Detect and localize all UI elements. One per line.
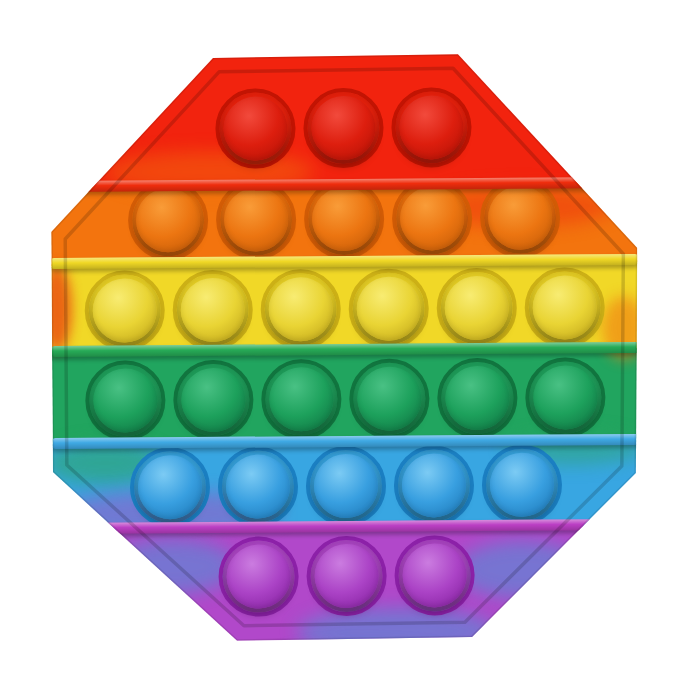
bubble-row-red xyxy=(48,86,639,170)
bubble-purple-1[interactable] xyxy=(218,536,299,617)
bubble-dome-up xyxy=(224,187,288,251)
bubble-red-2[interactable] xyxy=(303,88,384,169)
bubble-blue-5[interactable] xyxy=(482,444,563,525)
bubble-dome-up xyxy=(314,454,378,518)
bubble-dome-up xyxy=(400,186,464,250)
bubble-dome-up xyxy=(138,455,202,519)
bubble-dome-up xyxy=(312,187,376,251)
bubble-green-6[interactable] xyxy=(525,357,606,438)
bubble-orange-5[interactable] xyxy=(480,177,561,258)
bubble-dome-up xyxy=(93,368,157,432)
bubble-green-2[interactable] xyxy=(173,360,254,441)
bubble-green-5[interactable] xyxy=(437,358,518,439)
bubble-blue-3[interactable] xyxy=(306,446,387,527)
bubble-yellow-2[interactable] xyxy=(172,270,253,351)
bubble-dome-up xyxy=(402,453,466,517)
bubble-yellow-5[interactable] xyxy=(436,268,517,349)
bubble-orange-4[interactable] xyxy=(392,178,473,259)
bubble-dome-up xyxy=(93,278,157,342)
bubble-dome-up xyxy=(181,278,245,342)
bubble-dome-up xyxy=(314,544,378,608)
bubble-blue-2[interactable] xyxy=(218,446,299,527)
bubble-row-purple xyxy=(51,534,642,618)
bubble-dome-up xyxy=(488,186,552,250)
bubble-yellow-3[interactable] xyxy=(260,269,341,350)
bubble-dome-up xyxy=(136,188,200,252)
bubble-dome-up xyxy=(445,366,509,430)
bubble-orange-3[interactable] xyxy=(304,179,385,260)
bubble-dome-up xyxy=(269,367,333,431)
bubble-yellow-6[interactable] xyxy=(524,267,605,348)
bubble-purple-3[interactable] xyxy=(394,535,475,616)
bubble-dome-up xyxy=(399,95,463,159)
bubble-dome-up xyxy=(357,366,421,430)
bubble-yellow-1[interactable] xyxy=(84,270,165,351)
bubble-dome-up xyxy=(223,96,287,160)
bubble-row-yellow xyxy=(49,267,640,351)
bubble-green-1[interactable] xyxy=(85,360,166,441)
bubble-dome-up xyxy=(490,453,554,517)
bubble-dome-up xyxy=(533,365,597,429)
bubble-dome-up xyxy=(181,368,245,432)
bubble-red-1[interactable] xyxy=(215,88,296,169)
bubble-dome-up xyxy=(533,275,597,339)
bubble-dome-up xyxy=(445,276,509,340)
bubble-row-green xyxy=(50,357,641,441)
bubble-green-3[interactable] xyxy=(261,359,342,440)
bubble-blue-4[interactable] xyxy=(394,445,475,526)
bubble-dome-up xyxy=(357,276,421,340)
bubble-dome-up xyxy=(269,277,333,341)
bubble-orange-1[interactable] xyxy=(128,180,209,261)
bubble-dome-up xyxy=(402,543,466,607)
bubble-red-3[interactable] xyxy=(391,87,472,168)
bubble-orange-2[interactable] xyxy=(216,179,297,260)
marble-accent xyxy=(277,647,447,674)
photo-background xyxy=(0,0,700,700)
bubble-yellow-4[interactable] xyxy=(348,268,429,349)
bubble-row-blue xyxy=(51,444,642,528)
bubble-green-4[interactable] xyxy=(349,358,430,439)
bubble-blue-1[interactable] xyxy=(130,447,211,528)
pop-it-board xyxy=(48,48,642,644)
bubble-dome-up xyxy=(226,544,290,608)
bubble-dome-up xyxy=(226,454,290,518)
bubble-dome-up xyxy=(311,96,375,160)
bubble-purple-2[interactable] xyxy=(306,536,387,617)
